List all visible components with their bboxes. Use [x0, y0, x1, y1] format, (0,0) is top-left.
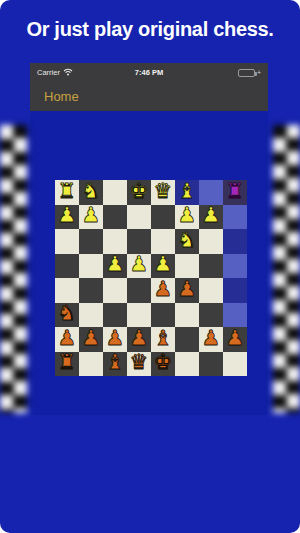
nav-bar: Home [30, 82, 268, 111]
piece-yellow-knight[interactable]: ♞ [178, 230, 197, 251]
square-c4[interactable] [103, 278, 127, 303]
square-a8[interactable]: ♜ [55, 180, 79, 205]
piece-orange-pawn[interactable]: ♟ [226, 328, 245, 349]
piece-orange-pawn[interactable]: ♟ [202, 328, 221, 349]
square-e7[interactable] [151, 205, 175, 230]
piece-orange-pawn[interactable]: ♟ [130, 328, 149, 349]
square-f5[interactable] [175, 254, 199, 279]
piece-yellow-bishop[interactable]: ♝ [178, 181, 197, 202]
square-h6[interactable] [223, 229, 247, 254]
square-h3[interactable] [223, 303, 247, 328]
square-d5[interactable]: ♟ [127, 254, 151, 279]
piece-orange-pawn[interactable]: ♟ [82, 328, 101, 349]
square-a5[interactable] [55, 254, 79, 279]
square-g5[interactable] [199, 254, 223, 279]
battery-icon [238, 69, 255, 77]
piece-orange-pawn[interactable]: ♟ [58, 328, 77, 349]
square-e5[interactable]: ♟ [151, 254, 175, 279]
piece-orange-knight[interactable]: ♞ [58, 303, 77, 324]
square-g4[interactable] [199, 278, 223, 303]
piece-orange-bishop[interactable]: ♝ [154, 328, 173, 349]
square-g3[interactable] [199, 303, 223, 328]
piece-yellow-pawn[interactable]: ♟ [82, 205, 101, 226]
piece-orange-pawn[interactable]: ♟ [178, 279, 197, 300]
square-f1[interactable] [175, 352, 199, 377]
square-d6[interactable] [127, 229, 151, 254]
carrier-label: Carrier [37, 68, 60, 77]
piece-orange-pawn[interactable]: ♟ [106, 328, 125, 349]
piece-orange-bishop[interactable]: ♝ [106, 352, 125, 373]
piece-yellow-pawn[interactable]: ♟ [202, 205, 221, 226]
square-g6[interactable] [199, 229, 223, 254]
piece-yellow-pawn[interactable]: ♟ [106, 254, 125, 275]
square-f3[interactable] [175, 303, 199, 328]
piece-orange-pawn[interactable]: ♟ [154, 279, 173, 300]
square-b6[interactable] [79, 229, 103, 254]
headline: Or just play original chess. [0, 18, 300, 41]
square-f2[interactable] [175, 327, 199, 352]
square-g7[interactable]: ♟ [199, 205, 223, 230]
square-f8[interactable]: ♝ [175, 180, 199, 205]
square-f7[interactable]: ♟ [175, 205, 199, 230]
square-c1[interactable]: ♝ [103, 352, 127, 377]
clock: 7:46 PM [112, 68, 187, 77]
nav-title: Home [44, 89, 79, 104]
square-e1[interactable]: ♚ [151, 352, 175, 377]
square-b3[interactable] [79, 303, 103, 328]
square-e2[interactable]: ♝ [151, 327, 175, 352]
square-d3[interactable] [127, 303, 151, 328]
charging-icon: + [257, 69, 261, 76]
square-f6[interactable]: ♞ [175, 229, 199, 254]
square-b7[interactable]: ♟ [79, 205, 103, 230]
piece-yellow-rook[interactable]: ♜ [58, 181, 77, 202]
square-g1[interactable] [199, 352, 223, 377]
wifi-icon [63, 68, 73, 78]
square-e6[interactable] [151, 229, 175, 254]
square-g8[interactable] [199, 180, 223, 205]
square-b8[interactable]: ♞ [79, 180, 103, 205]
square-f4[interactable]: ♟ [175, 278, 199, 303]
square-a3[interactable]: ♞ [55, 303, 79, 328]
square-e3[interactable] [151, 303, 175, 328]
piece-yellow-pawn[interactable]: ♟ [154, 254, 173, 275]
app-store-screenshot: Or just play original chess. Carrier 7:4… [0, 0, 300, 533]
piece-yellow-pawn[interactable]: ♟ [130, 254, 149, 275]
square-a4[interactable] [55, 278, 79, 303]
square-d7[interactable] [127, 205, 151, 230]
piece-orange-queen[interactable]: ♛ [130, 352, 149, 373]
piece-yellow-knight[interactable]: ♞ [82, 181, 101, 202]
square-h7[interactable] [223, 205, 247, 230]
square-b4[interactable] [79, 278, 103, 303]
square-b1[interactable] [79, 352, 103, 377]
square-e4[interactable]: ♟ [151, 278, 175, 303]
square-h4[interactable] [223, 278, 247, 303]
piece-orange-rook[interactable]: ♜ [58, 352, 77, 373]
blurred-chessboard-strip-right [273, 125, 300, 413]
square-h2[interactable]: ♟ [223, 327, 247, 352]
square-d4[interactable] [127, 278, 151, 303]
square-c7[interactable] [103, 205, 127, 230]
square-c6[interactable] [103, 229, 127, 254]
square-c8[interactable] [103, 180, 127, 205]
square-d1[interactable]: ♛ [127, 352, 151, 377]
square-c2[interactable]: ♟ [103, 327, 127, 352]
status-bar: Carrier 7:46 PM + [30, 63, 268, 82]
square-h1[interactable] [223, 352, 247, 377]
piece-orange-king[interactable]: ♚ [154, 352, 173, 373]
square-a2[interactable]: ♟ [55, 327, 79, 352]
square-h8[interactable]: ♜ [223, 180, 247, 205]
square-d8[interactable]: ♚ [127, 180, 151, 205]
square-b2[interactable]: ♟ [79, 327, 103, 352]
square-c5[interactable]: ♟ [103, 254, 127, 279]
square-g2[interactable]: ♟ [199, 327, 223, 352]
piece-yellow-pawn[interactable]: ♟ [178, 205, 197, 226]
square-a6[interactable] [55, 229, 79, 254]
square-a1[interactable]: ♜ [55, 352, 79, 377]
blurred-chessboard-strip-left [0, 125, 27, 413]
square-e8[interactable]: ♛ [151, 180, 175, 205]
square-a7[interactable]: ♟ [55, 205, 79, 230]
square-b5[interactable] [79, 254, 103, 279]
chess-board: ♜♞♚♛♝♜♟♟♟♟♞♟♟♟♟♟♞♟♟♟♟♝♟♟♜♝♛♚ [55, 180, 247, 376]
piece-yellow-pawn[interactable]: ♟ [58, 205, 77, 226]
piece-yellow-king[interactable]: ♚ [130, 181, 149, 202]
piece-yellow-queen[interactable]: ♛ [154, 181, 173, 202]
piece-yellow-rook-selected[interactable]: ♜ [226, 181, 245, 202]
square-h5[interactable] [223, 254, 247, 279]
square-c3[interactable] [103, 303, 127, 328]
square-d2[interactable]: ♟ [127, 327, 151, 352]
